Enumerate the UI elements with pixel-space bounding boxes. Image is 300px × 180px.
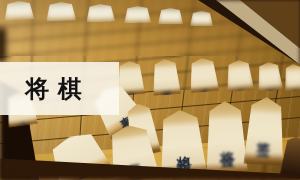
piece-kanji: 歩 xyxy=(132,13,142,16)
piece-kanji: 王将 xyxy=(258,128,272,134)
piece-pawn: 歩 xyxy=(190,11,213,26)
piece-kanji: 歩 xyxy=(233,73,245,77)
title-banner: 将棋 xyxy=(0,62,119,115)
piece-kanji: 銀将 xyxy=(174,140,189,147)
piece-kanji: 歩 xyxy=(166,15,176,18)
piece-kanji: 歩 xyxy=(95,11,106,15)
title-text: 将棋 xyxy=(0,62,119,115)
board-left-notch-shadow xyxy=(0,28,6,62)
piece-kanji: 歩 xyxy=(124,76,137,80)
piece-kanji: 金将 xyxy=(218,136,233,142)
piece-pawn: 歩 xyxy=(124,6,151,23)
piece-kanji: 歩 xyxy=(197,73,210,78)
piece-kanji: 歩 xyxy=(288,76,299,79)
piece-kanji: 香 xyxy=(159,75,172,79)
piece-kanji: 香 xyxy=(263,74,275,78)
piece-kanji: 歩 xyxy=(197,17,206,20)
piece-kanji: 桂馬 xyxy=(126,149,140,157)
piece-kanji: 歩 xyxy=(55,10,66,14)
shogi-photo: 歩 歩 歩 歩 歩 歩 歩 香 歩 歩 香 歩 歩 香車 銀 飛車 桂馬 銀将 … xyxy=(0,0,300,180)
piece-kanji: 歩 xyxy=(13,8,24,12)
piece-pawn: 歩 xyxy=(158,8,183,24)
piece-kanji: 飛車 xyxy=(70,151,86,163)
